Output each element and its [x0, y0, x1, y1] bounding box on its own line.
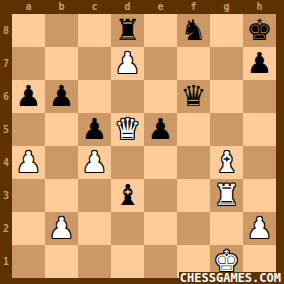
square-f7[interactable]	[177, 47, 210, 80]
square-c2[interactable]	[78, 212, 111, 245]
square-b3[interactable]	[45, 179, 78, 212]
square-c1[interactable]	[78, 245, 111, 278]
rank-label-8: 8	[0, 14, 12, 47]
square-g2[interactable]	[210, 212, 243, 245]
black-pawn-a6: ♟	[16, 80, 42, 113]
white-queen-d5: ♛	[115, 113, 141, 146]
square-f4[interactable]	[177, 146, 210, 179]
square-b2[interactable]: ♟	[45, 212, 78, 245]
square-e2[interactable]	[144, 212, 177, 245]
square-f8[interactable]: ♞	[177, 14, 210, 47]
file-label-c: c	[78, 0, 111, 14]
chess-board: ♜♞♚♟♟♟♟♛♟♛♟♟♟♝♝♜♟♟♚	[12, 14, 276, 278]
square-e8[interactable]	[144, 14, 177, 47]
rank-label-2: 2	[0, 212, 12, 245]
square-c3[interactable]	[78, 179, 111, 212]
square-b1[interactable]	[45, 245, 78, 278]
square-c7[interactable]	[78, 47, 111, 80]
square-h2[interactable]: ♟	[243, 212, 276, 245]
black-knight-f8: ♞	[181, 14, 207, 47]
square-g8[interactable]	[210, 14, 243, 47]
square-d1[interactable]	[111, 245, 144, 278]
square-d5[interactable]: ♛	[111, 113, 144, 146]
square-d8[interactable]: ♜	[111, 14, 144, 47]
rank-label-5: 5	[0, 113, 12, 146]
black-bishop-d3: ♝	[115, 179, 141, 212]
rank-labels: 87654321	[0, 14, 12, 278]
square-c6[interactable]	[78, 80, 111, 113]
square-g6[interactable]	[210, 80, 243, 113]
white-pawn-d7: ♟	[115, 47, 141, 80]
black-pawn-c5: ♟	[82, 113, 108, 146]
square-f6[interactable]: ♛	[177, 80, 210, 113]
square-b8[interactable]	[45, 14, 78, 47]
file-label-f: f	[177, 0, 210, 14]
square-a2[interactable]	[12, 212, 45, 245]
square-f3[interactable]	[177, 179, 210, 212]
square-f2[interactable]	[177, 212, 210, 245]
square-b5[interactable]	[45, 113, 78, 146]
white-bishop-g4: ♝	[214, 146, 240, 179]
rank-label-7: 7	[0, 47, 12, 80]
square-g3[interactable]: ♜	[210, 179, 243, 212]
square-f5[interactable]	[177, 113, 210, 146]
square-d4[interactable]	[111, 146, 144, 179]
rank-label-6: 6	[0, 80, 12, 113]
white-pawn-c4: ♟	[82, 146, 108, 179]
square-a8[interactable]	[12, 14, 45, 47]
black-queen-f6: ♛	[181, 80, 207, 113]
square-e6[interactable]	[144, 80, 177, 113]
square-b6[interactable]: ♟	[45, 80, 78, 113]
black-pawn-e5: ♟	[148, 113, 174, 146]
file-label-e: e	[144, 0, 177, 14]
square-c4[interactable]: ♟	[78, 146, 111, 179]
square-g7[interactable]	[210, 47, 243, 80]
square-e4[interactable]	[144, 146, 177, 179]
rank-label-3: 3	[0, 179, 12, 212]
white-rook-g3: ♜	[214, 179, 240, 212]
square-a7[interactable]	[12, 47, 45, 80]
square-c8[interactable]	[78, 14, 111, 47]
file-labels: abcdefgh	[12, 0, 276, 14]
square-c5[interactable]: ♟	[78, 113, 111, 146]
square-h3[interactable]	[243, 179, 276, 212]
square-b4[interactable]	[45, 146, 78, 179]
white-pawn-h2: ♟	[247, 212, 273, 245]
square-a5[interactable]	[12, 113, 45, 146]
file-label-d: d	[111, 0, 144, 14]
black-pawn-h7: ♟	[247, 47, 273, 80]
file-label-b: b	[45, 0, 78, 14]
black-pawn-b6: ♟	[49, 80, 75, 113]
square-a3[interactable]	[12, 179, 45, 212]
black-king-h8: ♚	[247, 14, 273, 47]
file-label-a: a	[12, 0, 45, 14]
square-d3[interactable]: ♝	[111, 179, 144, 212]
square-h4[interactable]	[243, 146, 276, 179]
square-g5[interactable]	[210, 113, 243, 146]
square-e3[interactable]	[144, 179, 177, 212]
square-b7[interactable]	[45, 47, 78, 80]
square-h7[interactable]: ♟	[243, 47, 276, 80]
square-d6[interactable]	[111, 80, 144, 113]
white-pawn-b2: ♟	[49, 212, 75, 245]
square-d7[interactable]: ♟	[111, 47, 144, 80]
square-h5[interactable]	[243, 113, 276, 146]
square-a6[interactable]: ♟	[12, 80, 45, 113]
square-e1[interactable]	[144, 245, 177, 278]
chess-board-diagram: abcdefgh 87654321 ♜♞♚♟♟♟♟♛♟♛♟♟♟♝♝♜♟♟♚ CH…	[0, 0, 284, 284]
chessgames-site-link[interactable]: CHESSGAMES.COM	[179, 272, 282, 284]
rank-label-1: 1	[0, 245, 12, 278]
black-rook-d8: ♜	[115, 14, 141, 47]
white-pawn-a4: ♟	[16, 146, 42, 179]
file-label-h: h	[243, 0, 276, 14]
square-d2[interactable]	[111, 212, 144, 245]
square-h6[interactable]	[243, 80, 276, 113]
square-a1[interactable]	[12, 245, 45, 278]
square-a4[interactable]: ♟	[12, 146, 45, 179]
file-label-g: g	[210, 0, 243, 14]
square-e5[interactable]: ♟	[144, 113, 177, 146]
rank-label-4: 4	[0, 146, 12, 179]
square-h8[interactable]: ♚	[243, 14, 276, 47]
square-g4[interactable]: ♝	[210, 146, 243, 179]
square-e7[interactable]	[144, 47, 177, 80]
